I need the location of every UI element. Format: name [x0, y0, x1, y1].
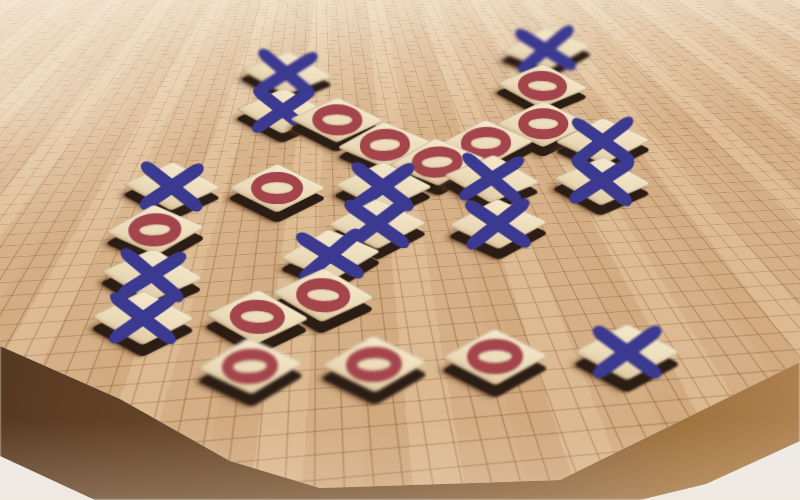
tile-o[interactable] [335, 325, 414, 404]
tiles-layer [0, 0, 800, 500]
tile-o[interactable] [242, 153, 312, 223]
tile-x[interactable] [461, 187, 535, 261]
tile-x[interactable] [565, 144, 638, 217]
o-mark [456, 318, 533, 395]
tile-o[interactable] [456, 318, 533, 395]
o-mark [335, 325, 414, 404]
tile-x[interactable] [589, 314, 665, 390]
x-mark [565, 144, 638, 217]
tile-x[interactable] [105, 280, 181, 356]
o-mark [242, 153, 312, 223]
x-mark [589, 314, 665, 390]
o-mark [210, 326, 290, 406]
photo-frame [0, 0, 800, 500]
x-mark [461, 187, 535, 261]
x-mark [105, 280, 181, 356]
tile-o[interactable] [210, 326, 290, 406]
